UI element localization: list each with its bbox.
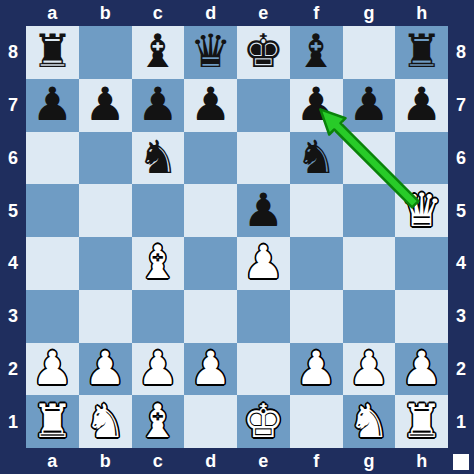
piece-white-pawn: ♟ — [243, 239, 284, 285]
square-g4[interactable] — [343, 237, 396, 290]
square-g8[interactable] — [343, 26, 396, 79]
square-f1[interactable] — [290, 395, 343, 448]
square-h7[interactable]: ♟ — [395, 79, 448, 132]
square-e2[interactable] — [237, 343, 290, 396]
file-label-f: f — [290, 448, 343, 474]
square-b8[interactable] — [79, 26, 132, 79]
square-d4[interactable] — [184, 237, 237, 290]
file-label-b: b — [79, 448, 132, 474]
square-a3[interactable] — [26, 290, 79, 343]
piece-black-pawn: ♟ — [401, 81, 442, 127]
piece-black-pawn: ♟ — [243, 187, 284, 233]
square-c3[interactable] — [132, 290, 185, 343]
piece-white-pawn: ♟ — [348, 345, 389, 391]
square-a4[interactable] — [26, 237, 79, 290]
square-b3[interactable] — [79, 290, 132, 343]
square-h5[interactable]: ♛ — [395, 184, 448, 237]
square-f7[interactable]: ♟ — [290, 79, 343, 132]
file-label-d: d — [184, 0, 237, 26]
square-a2[interactable]: ♟ — [26, 343, 79, 396]
square-f8[interactable]: ♝ — [290, 26, 343, 79]
file-label-g: g — [343, 448, 396, 474]
piece-white-pawn: ♟ — [85, 345, 126, 391]
square-d6[interactable] — [184, 132, 237, 185]
square-e6[interactable] — [237, 132, 290, 185]
file-label-c: c — [132, 448, 185, 474]
rank-label-3: 3 — [0, 290, 26, 343]
square-a7[interactable]: ♟ — [26, 79, 79, 132]
piece-white-rook: ♜ — [401, 398, 442, 444]
square-e8[interactable]: ♚ — [237, 26, 290, 79]
square-g6[interactable] — [343, 132, 396, 185]
square-d1[interactable] — [184, 395, 237, 448]
rank-labels-left: 87654321 — [0, 26, 26, 448]
square-c7[interactable]: ♟ — [132, 79, 185, 132]
file-label-a: a — [26, 0, 79, 26]
piece-white-pawn: ♟ — [296, 345, 337, 391]
file-label-h: h — [395, 448, 448, 474]
turn-indicator-white — [453, 454, 469, 470]
square-h8[interactable]: ♜ — [395, 26, 448, 79]
square-e4[interactable]: ♟ — [237, 237, 290, 290]
file-label-f: f — [290, 0, 343, 26]
square-g3[interactable] — [343, 290, 396, 343]
square-a1[interactable]: ♜ — [26, 395, 79, 448]
rank-label-3: 3 — [448, 290, 474, 343]
square-c4[interactable]: ♝ — [132, 237, 185, 290]
file-label-h: h — [395, 0, 448, 26]
file-label-e: e — [237, 448, 290, 474]
square-f3[interactable] — [290, 290, 343, 343]
rank-label-6: 6 — [448, 132, 474, 185]
rank-labels-right: 87654321 — [448, 26, 474, 448]
piece-white-rook: ♜ — [32, 398, 73, 444]
piece-black-pawn: ♟ — [296, 81, 337, 127]
square-e7[interactable] — [237, 79, 290, 132]
rank-label-4: 4 — [448, 237, 474, 290]
square-a8[interactable]: ♜ — [26, 26, 79, 79]
rank-label-5: 5 — [448, 184, 474, 237]
piece-black-bishop: ♝ — [296, 28, 337, 74]
piece-white-pawn: ♟ — [190, 345, 231, 391]
piece-white-pawn: ♟ — [32, 345, 73, 391]
piece-black-queen: ♛ — [190, 28, 231, 74]
file-label-b: b — [79, 0, 132, 26]
file-label-d: d — [184, 448, 237, 474]
rank-label-1: 1 — [448, 395, 474, 448]
square-c2[interactable]: ♟ — [132, 343, 185, 396]
piece-white-pawn: ♟ — [401, 345, 442, 391]
square-h1[interactable]: ♜ — [395, 395, 448, 448]
piece-black-knight: ♞ — [296, 134, 337, 180]
piece-white-knight: ♞ — [85, 398, 126, 444]
board-frame: abcdefgh abcdefgh 87654321 87654321 ♜♝♛♚… — [0, 0, 474, 474]
square-g7[interactable]: ♟ — [343, 79, 396, 132]
rank-label-1: 1 — [0, 395, 26, 448]
rank-label-2: 2 — [448, 343, 474, 396]
piece-black-pawn: ♟ — [32, 81, 73, 127]
piece-black-pawn: ♟ — [137, 81, 178, 127]
square-h2[interactable]: ♟ — [395, 343, 448, 396]
square-e1[interactable]: ♚ — [237, 395, 290, 448]
rank-label-4: 4 — [0, 237, 26, 290]
square-d7[interactable]: ♟ — [184, 79, 237, 132]
rank-label-6: 6 — [0, 132, 26, 185]
square-b2[interactable]: ♟ — [79, 343, 132, 396]
rank-label-8: 8 — [0, 26, 26, 79]
square-c8[interactable]: ♝ — [132, 26, 185, 79]
square-b6[interactable] — [79, 132, 132, 185]
piece-white-bishop: ♝ — [137, 239, 178, 285]
piece-black-rook: ♜ — [401, 28, 442, 74]
square-g5[interactable] — [343, 184, 396, 237]
square-b5[interactable] — [79, 184, 132, 237]
rank-label-7: 7 — [0, 79, 26, 132]
piece-white-king: ♚ — [243, 398, 284, 444]
piece-white-bishop: ♝ — [137, 398, 178, 444]
square-e3[interactable] — [237, 290, 290, 343]
rank-label-8: 8 — [448, 26, 474, 79]
piece-black-knight: ♞ — [137, 134, 178, 180]
square-f4[interactable] — [290, 237, 343, 290]
file-labels-bottom: abcdefgh — [26, 448, 448, 474]
square-d3[interactable] — [184, 290, 237, 343]
square-b1[interactable]: ♞ — [79, 395, 132, 448]
file-label-a: a — [26, 448, 79, 474]
piece-black-pawn: ♟ — [85, 81, 126, 127]
file-label-e: e — [237, 0, 290, 26]
square-c5[interactable] — [132, 184, 185, 237]
square-d2[interactable]: ♟ — [184, 343, 237, 396]
square-f5[interactable] — [290, 184, 343, 237]
square-b4[interactable] — [79, 237, 132, 290]
rank-label-7: 7 — [448, 79, 474, 132]
square-d8[interactable]: ♛ — [184, 26, 237, 79]
square-e5[interactable]: ♟ — [237, 184, 290, 237]
piece-white-pawn: ♟ — [137, 345, 178, 391]
file-labels-top: abcdefgh — [26, 0, 448, 26]
square-c6[interactable]: ♞ — [132, 132, 185, 185]
piece-black-bishop: ♝ — [137, 28, 178, 74]
file-label-c: c — [132, 0, 185, 26]
square-b7[interactable]: ♟ — [79, 79, 132, 132]
piece-white-knight: ♞ — [348, 398, 389, 444]
square-a6[interactable] — [26, 132, 79, 185]
square-h3[interactable] — [395, 290, 448, 343]
square-c1[interactable]: ♝ — [132, 395, 185, 448]
square-a5[interactable] — [26, 184, 79, 237]
piece-white-queen: ♛ — [401, 187, 442, 233]
piece-black-rook: ♜ — [32, 28, 73, 74]
file-label-g: g — [343, 0, 396, 26]
piece-black-king: ♚ — [243, 28, 284, 74]
chess-board: ♜♝♛♚♝♜♟♟♟♟♟♟♟♞♞♟♛♝♟♟♟♟♟♟♟♟♜♞♝♚♞♜ — [26, 26, 448, 448]
square-f2[interactable]: ♟ — [290, 343, 343, 396]
square-f6[interactable]: ♞ — [290, 132, 343, 185]
square-h6[interactable] — [395, 132, 448, 185]
piece-black-pawn: ♟ — [348, 81, 389, 127]
square-g2[interactable]: ♟ — [343, 343, 396, 396]
square-g1[interactable]: ♞ — [343, 395, 396, 448]
rank-label-2: 2 — [0, 343, 26, 396]
piece-black-pawn: ♟ — [190, 81, 231, 127]
rank-label-5: 5 — [0, 184, 26, 237]
square-h4[interactable] — [395, 237, 448, 290]
square-d5[interactable] — [184, 184, 237, 237]
